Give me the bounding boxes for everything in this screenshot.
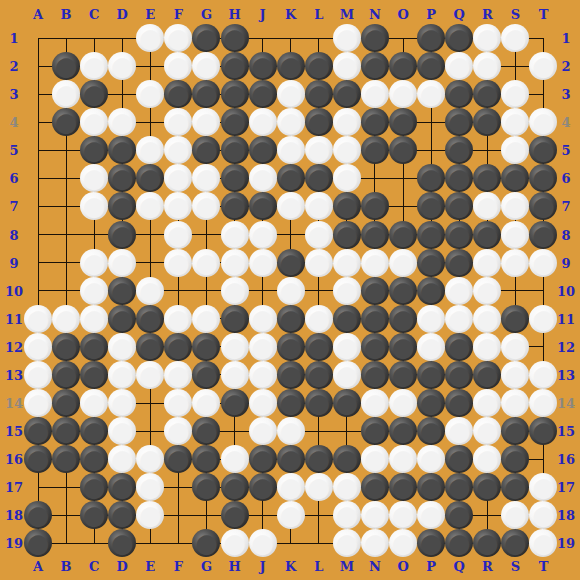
column-label-bottom-h: H — [228, 560, 240, 573]
white-stone-q15[interactable]: ● — [445, 417, 473, 445]
white-stone-m5[interactable]: ● — [333, 136, 361, 164]
white-stone-n18[interactable]: ● — [361, 501, 389, 529]
black-stone-k13[interactable]: ● — [277, 361, 305, 389]
black-stone-b4[interactable]: ● — [52, 108, 80, 136]
white-stone-g6[interactable]: ● — [192, 164, 220, 192]
black-stone-r4[interactable]: ● — [473, 108, 501, 136]
black-stone-m11[interactable]: ● — [333, 305, 361, 333]
white-stone-r7[interactable]: ● — [473, 192, 501, 220]
white-stone-c10[interactable]: ● — [80, 277, 108, 305]
black-stone-n7[interactable]: ● — [361, 192, 389, 220]
black-stone-n1[interactable]: ● — [361, 24, 389, 52]
black-stone-j16[interactable]: ● — [249, 445, 277, 473]
white-stone-o9[interactable]: ● — [389, 249, 417, 277]
white-stone-f15[interactable]: ● — [164, 417, 192, 445]
black-stone-o5[interactable]: ● — [389, 136, 417, 164]
black-stone-n11[interactable]: ● — [361, 305, 389, 333]
white-stone-f13[interactable]: ● — [164, 361, 192, 389]
black-stone-k2[interactable]: ● — [277, 52, 305, 80]
black-stone-b13[interactable]: ● — [52, 361, 80, 389]
row-label-right-8: 8 — [561, 228, 570, 241]
black-stone-g1[interactable]: ● — [192, 24, 220, 52]
white-stone-e7[interactable]: ● — [136, 192, 164, 220]
black-stone-r19[interactable]: ● — [473, 529, 501, 557]
black-stone-k14[interactable]: ● — [277, 389, 305, 417]
black-stone-s15[interactable]: ● — [501, 417, 529, 445]
white-stone-j14[interactable]: ● — [249, 389, 277, 417]
white-stone-r1[interactable]: ● — [473, 24, 501, 52]
black-stone-l12[interactable]: ● — [305, 333, 333, 361]
black-stone-h6[interactable]: ● — [221, 164, 249, 192]
black-stone-h2[interactable]: ● — [221, 52, 249, 80]
white-stone-e5[interactable]: ● — [136, 136, 164, 164]
white-stone-q2[interactable]: ● — [445, 52, 473, 80]
black-stone-c16[interactable]: ● — [80, 445, 108, 473]
white-stone-e3[interactable]: ● — [136, 80, 164, 108]
black-stone-p13[interactable]: ● — [417, 361, 445, 389]
black-stone-m3[interactable]: ● — [333, 80, 361, 108]
white-stone-t13[interactable]: ● — [529, 361, 557, 389]
black-stone-o4[interactable]: ● — [389, 108, 417, 136]
white-stone-t19[interactable]: ● — [529, 529, 557, 557]
white-stone-e18[interactable]: ● — [136, 501, 164, 529]
black-stone-l14[interactable]: ● — [305, 389, 333, 417]
white-stone-t11[interactable]: ● — [529, 305, 557, 333]
black-stone-q9[interactable]: ● — [445, 249, 473, 277]
white-stone-p11[interactable]: ● — [417, 305, 445, 333]
white-stone-k17[interactable]: ● — [277, 473, 305, 501]
black-stone-f12[interactable]: ● — [164, 333, 192, 361]
black-stone-m16[interactable]: ● — [333, 445, 361, 473]
white-stone-s18[interactable]: ● — [501, 501, 529, 529]
white-stone-r9[interactable]: ● — [473, 249, 501, 277]
white-stone-k5[interactable]: ● — [277, 136, 305, 164]
black-stone-t7[interactable]: ● — [529, 192, 557, 220]
black-stone-q7[interactable]: ● — [445, 192, 473, 220]
black-stone-r17[interactable]: ● — [473, 473, 501, 501]
white-stone-h8[interactable]: ● — [221, 221, 249, 249]
black-stone-o15[interactable]: ● — [389, 417, 417, 445]
black-stone-p9[interactable]: ● — [417, 249, 445, 277]
white-stone-e13[interactable]: ● — [136, 361, 164, 389]
black-stone-e6[interactable]: ● — [136, 164, 164, 192]
black-stone-c3[interactable]: ● — [80, 80, 108, 108]
black-stone-l3[interactable]: ● — [305, 80, 333, 108]
white-stone-j8[interactable]: ● — [249, 221, 277, 249]
black-stone-q13[interactable]: ● — [445, 361, 473, 389]
white-stone-j15[interactable]: ● — [249, 417, 277, 445]
black-stone-m14[interactable]: ● — [333, 389, 361, 417]
white-stone-l11[interactable]: ● — [305, 305, 333, 333]
white-stone-f1[interactable]: ● — [164, 24, 192, 52]
black-stone-t8[interactable]: ● — [529, 221, 557, 249]
white-stone-k18[interactable]: ● — [277, 501, 305, 529]
white-stone-r2[interactable]: ● — [473, 52, 501, 80]
black-stone-s19[interactable]: ● — [501, 529, 529, 557]
white-stone-s14[interactable]: ● — [501, 389, 529, 417]
white-stone-f5[interactable]: ● — [164, 136, 192, 164]
white-stone-j12[interactable]: ● — [249, 333, 277, 361]
white-stone-g11[interactable]: ● — [192, 305, 220, 333]
black-stone-o17[interactable]: ● — [389, 473, 417, 501]
black-stone-q3[interactable]: ● — [445, 80, 473, 108]
black-stone-k9[interactable]: ● — [277, 249, 305, 277]
black-stone-c18[interactable]: ● — [80, 501, 108, 529]
black-stone-d11[interactable]: ● — [108, 305, 136, 333]
black-stone-o2[interactable]: ● — [389, 52, 417, 80]
white-stone-s1[interactable]: ● — [501, 24, 529, 52]
go-board[interactable]: AABBCCDDEEFFGGHHJJKKLLMMNNOOPPQQRRSSTT11… — [0, 0, 580, 580]
black-stone-j5[interactable]: ● — [249, 136, 277, 164]
white-stone-h10[interactable]: ● — [221, 277, 249, 305]
black-stone-c5[interactable]: ● — [80, 136, 108, 164]
black-stone-e12[interactable]: ● — [136, 333, 164, 361]
black-stone-p10[interactable]: ● — [417, 277, 445, 305]
white-stone-r14[interactable]: ● — [473, 389, 501, 417]
white-stone-r10[interactable]: ● — [473, 277, 501, 305]
black-stone-g15[interactable]: ● — [192, 417, 220, 445]
white-stone-h16[interactable]: ● — [221, 445, 249, 473]
black-stone-g17[interactable]: ● — [192, 473, 220, 501]
black-stone-d17[interactable]: ● — [108, 473, 136, 501]
black-stone-d18[interactable]: ● — [108, 501, 136, 529]
black-stone-c17[interactable]: ● — [80, 473, 108, 501]
black-stone-p1[interactable]: ● — [417, 24, 445, 52]
black-stone-r13[interactable]: ● — [473, 361, 501, 389]
white-stone-p16[interactable]: ● — [417, 445, 445, 473]
white-stone-s12[interactable]: ● — [501, 333, 529, 361]
white-stone-a12[interactable]: ● — [24, 333, 52, 361]
black-stone-m7[interactable]: ● — [333, 192, 361, 220]
black-stone-a19[interactable]: ● — [24, 529, 52, 557]
black-stone-b14[interactable]: ● — [52, 389, 80, 417]
black-stone-c15[interactable]: ● — [80, 417, 108, 445]
black-stone-q18[interactable]: ● — [445, 501, 473, 529]
white-stone-c14[interactable]: ● — [80, 389, 108, 417]
black-stone-q14[interactable]: ● — [445, 389, 473, 417]
black-stone-c13[interactable]: ● — [80, 361, 108, 389]
black-stone-s11[interactable]: ● — [501, 305, 529, 333]
white-stone-t4[interactable]: ● — [529, 108, 557, 136]
white-stone-s7[interactable]: ● — [501, 192, 529, 220]
black-stone-q17[interactable]: ● — [445, 473, 473, 501]
black-stone-q16[interactable]: ● — [445, 445, 473, 473]
white-stone-m17[interactable]: ● — [333, 473, 361, 501]
black-stone-l16[interactable]: ● — [305, 445, 333, 473]
black-stone-f16[interactable]: ● — [164, 445, 192, 473]
black-stone-h14[interactable]: ● — [221, 389, 249, 417]
white-stone-c9[interactable]: ● — [80, 249, 108, 277]
white-stone-f9[interactable]: ● — [164, 249, 192, 277]
white-stone-j11[interactable]: ● — [249, 305, 277, 333]
white-stone-l8[interactable]: ● — [305, 221, 333, 249]
white-stone-s5[interactable]: ● — [501, 136, 529, 164]
white-stone-k3[interactable]: ● — [277, 80, 305, 108]
black-stone-t6[interactable]: ● — [529, 164, 557, 192]
black-stone-n2[interactable]: ● — [361, 52, 389, 80]
white-stone-a11[interactable]: ● — [24, 305, 52, 333]
black-stone-n4[interactable]: ● — [361, 108, 389, 136]
black-stone-h11[interactable]: ● — [221, 305, 249, 333]
white-stone-h12[interactable]: ● — [221, 333, 249, 361]
black-stone-d6[interactable]: ● — [108, 164, 136, 192]
white-stone-f11[interactable]: ● — [164, 305, 192, 333]
black-stone-l2[interactable]: ● — [305, 52, 333, 80]
black-stone-o11[interactable]: ● — [389, 305, 417, 333]
black-stone-p6[interactable]: ● — [417, 164, 445, 192]
black-stone-o10[interactable]: ● — [389, 277, 417, 305]
white-stone-g2[interactable]: ● — [192, 52, 220, 80]
black-stone-f3[interactable]: ● — [164, 80, 192, 108]
black-stone-p14[interactable]: ● — [417, 389, 445, 417]
white-stone-o16[interactable]: ● — [389, 445, 417, 473]
black-stone-q4[interactable]: ● — [445, 108, 473, 136]
black-stone-h4[interactable]: ● — [221, 108, 249, 136]
white-stone-f4[interactable]: ● — [164, 108, 192, 136]
black-stone-h3[interactable]: ● — [221, 80, 249, 108]
black-stone-n15[interactable]: ● — [361, 417, 389, 445]
column-label-top-s: S — [511, 8, 520, 21]
white-stone-h13[interactable]: ● — [221, 361, 249, 389]
white-stone-n16[interactable]: ● — [361, 445, 389, 473]
white-stone-s8[interactable]: ● — [501, 221, 529, 249]
white-stone-r11[interactable]: ● — [473, 305, 501, 333]
black-stone-p7[interactable]: ● — [417, 192, 445, 220]
white-stone-r16[interactable]: ● — [473, 445, 501, 473]
black-stone-q6[interactable]: ● — [445, 164, 473, 192]
white-stone-e17[interactable]: ● — [136, 473, 164, 501]
black-stone-a15[interactable]: ● — [24, 417, 52, 445]
white-stone-t2[interactable]: ● — [529, 52, 557, 80]
black-stone-p19[interactable]: ● — [417, 529, 445, 557]
black-stone-g5[interactable]: ● — [192, 136, 220, 164]
white-stone-f6[interactable]: ● — [164, 164, 192, 192]
white-stone-s13[interactable]: ● — [501, 361, 529, 389]
black-stone-d8[interactable]: ● — [108, 221, 136, 249]
white-stone-e10[interactable]: ● — [136, 277, 164, 305]
white-stone-p18[interactable]: ● — [417, 501, 445, 529]
white-stone-d14[interactable]: ● — [108, 389, 136, 417]
white-stone-b11[interactable]: ● — [52, 305, 80, 333]
black-stone-d19[interactable]: ● — [108, 529, 136, 557]
white-stone-m6[interactable]: ● — [333, 164, 361, 192]
white-stone-m19[interactable]: ● — [333, 529, 361, 557]
white-stone-l5[interactable]: ● — [305, 136, 333, 164]
black-stone-r8[interactable]: ● — [473, 221, 501, 249]
white-stone-o14[interactable]: ● — [389, 389, 417, 417]
white-stone-d9[interactable]: ● — [108, 249, 136, 277]
white-stone-m10[interactable]: ● — [333, 277, 361, 305]
black-stone-g13[interactable]: ● — [192, 361, 220, 389]
white-stone-n19[interactable]: ● — [361, 529, 389, 557]
white-stone-n14[interactable]: ● — [361, 389, 389, 417]
black-stone-a16[interactable]: ● — [24, 445, 52, 473]
black-stone-o13[interactable]: ● — [389, 361, 417, 389]
black-stone-b2[interactable]: ● — [52, 52, 80, 80]
white-stone-k7[interactable]: ● — [277, 192, 305, 220]
black-stone-b16[interactable]: ● — [52, 445, 80, 473]
black-stone-q8[interactable]: ● — [445, 221, 473, 249]
white-stone-a14[interactable]: ● — [24, 389, 52, 417]
white-stone-o3[interactable]: ● — [389, 80, 417, 108]
black-stone-h7[interactable]: ● — [221, 192, 249, 220]
white-stone-f14[interactable]: ● — [164, 389, 192, 417]
black-stone-p15[interactable]: ● — [417, 417, 445, 445]
white-stone-r15[interactable]: ● — [473, 417, 501, 445]
black-stone-h17[interactable]: ● — [221, 473, 249, 501]
black-stone-p17[interactable]: ● — [417, 473, 445, 501]
white-stone-p12[interactable]: ● — [417, 333, 445, 361]
white-stone-j6[interactable]: ● — [249, 164, 277, 192]
white-stone-f8[interactable]: ● — [164, 221, 192, 249]
white-stone-r12[interactable]: ● — [473, 333, 501, 361]
white-stone-m18[interactable]: ● — [333, 501, 361, 529]
white-stone-n9[interactable]: ● — [361, 249, 389, 277]
row-label-right-17: 17 — [557, 481, 575, 494]
white-stone-m9[interactable]: ● — [333, 249, 361, 277]
black-stone-j2[interactable]: ● — [249, 52, 277, 80]
black-stone-n17[interactable]: ● — [361, 473, 389, 501]
black-stone-h5[interactable]: ● — [221, 136, 249, 164]
white-stone-c4[interactable]: ● — [80, 108, 108, 136]
white-stone-e16[interactable]: ● — [136, 445, 164, 473]
white-stone-k10[interactable]: ● — [277, 277, 305, 305]
black-stone-n12[interactable]: ● — [361, 333, 389, 361]
black-stone-h18[interactable]: ● — [221, 501, 249, 529]
black-stone-e11[interactable]: ● — [136, 305, 164, 333]
black-stone-r3[interactable]: ● — [473, 80, 501, 108]
white-stone-a13[interactable]: ● — [24, 361, 52, 389]
black-stone-l13[interactable]: ● — [305, 361, 333, 389]
black-stone-a18[interactable]: ● — [24, 501, 52, 529]
black-stone-k16[interactable]: ● — [277, 445, 305, 473]
white-stone-g7[interactable]: ● — [192, 192, 220, 220]
black-stone-k6[interactable]: ● — [277, 164, 305, 192]
white-stone-m4[interactable]: ● — [333, 108, 361, 136]
white-stone-f2[interactable]: ● — [164, 52, 192, 80]
white-stone-s3[interactable]: ● — [501, 80, 529, 108]
white-stone-t14[interactable]: ● — [529, 389, 557, 417]
black-stone-j17[interactable]: ● — [249, 473, 277, 501]
white-stone-d12[interactable]: ● — [108, 333, 136, 361]
black-stone-n13[interactable]: ● — [361, 361, 389, 389]
black-stone-l4[interactable]: ● — [305, 108, 333, 136]
black-stone-m8[interactable]: ● — [333, 221, 361, 249]
black-stone-n5[interactable]: ● — [361, 136, 389, 164]
white-stone-h9[interactable]: ● — [221, 249, 249, 277]
black-stone-k11[interactable]: ● — [277, 305, 305, 333]
white-stone-m13[interactable]: ● — [333, 361, 361, 389]
black-stone-q19[interactable]: ● — [445, 529, 473, 557]
white-stone-d15[interactable]: ● — [108, 417, 136, 445]
white-stone-s4[interactable]: ● — [501, 108, 529, 136]
white-stone-s9[interactable]: ● — [501, 249, 529, 277]
black-stone-b12[interactable]: ● — [52, 333, 80, 361]
black-stone-h1[interactable]: ● — [221, 24, 249, 52]
white-stone-j19[interactable]: ● — [249, 529, 277, 557]
black-stone-n10[interactable]: ● — [361, 277, 389, 305]
white-stone-l17[interactable]: ● — [305, 473, 333, 501]
black-stone-s16[interactable]: ● — [501, 445, 529, 473]
black-stone-k12[interactable]: ● — [277, 333, 305, 361]
white-stone-n3[interactable]: ● — [361, 80, 389, 108]
white-stone-q10[interactable]: ● — [445, 277, 473, 305]
white-stone-d13[interactable]: ● — [108, 361, 136, 389]
black-stone-q5[interactable]: ● — [445, 136, 473, 164]
white-stone-g9[interactable]: ● — [192, 249, 220, 277]
white-stone-g14[interactable]: ● — [192, 389, 220, 417]
black-stone-j7[interactable]: ● — [249, 192, 277, 220]
white-stone-d16[interactable]: ● — [108, 445, 136, 473]
white-stone-l9[interactable]: ● — [305, 249, 333, 277]
white-stone-o19[interactable]: ● — [389, 529, 417, 557]
black-stone-t5[interactable]: ● — [529, 136, 557, 164]
white-stone-m1[interactable]: ● — [333, 24, 361, 52]
black-stone-l6[interactable]: ● — [305, 164, 333, 192]
black-stone-j3[interactable]: ● — [249, 80, 277, 108]
row-label-left-9: 9 — [9, 256, 18, 269]
white-stone-t9[interactable]: ● — [529, 249, 557, 277]
white-stone-m2[interactable]: ● — [333, 52, 361, 80]
white-stone-c7[interactable]: ● — [80, 192, 108, 220]
white-stone-g4[interactable]: ● — [192, 108, 220, 136]
black-stone-s17[interactable]: ● — [501, 473, 529, 501]
black-stone-s6[interactable]: ● — [501, 164, 529, 192]
column-label-top-t: T — [539, 8, 549, 21]
black-stone-o12[interactable]: ● — [389, 333, 417, 361]
white-stone-o18[interactable]: ● — [389, 501, 417, 529]
black-stone-g12[interactable]: ● — [192, 333, 220, 361]
black-stone-b15[interactable]: ● — [52, 417, 80, 445]
white-stone-c2[interactable]: ● — [80, 52, 108, 80]
black-stone-q12[interactable]: ● — [445, 333, 473, 361]
black-stone-g3[interactable]: ● — [192, 80, 220, 108]
white-stone-k4[interactable]: ● — [277, 108, 305, 136]
white-stone-k15[interactable]: ● — [277, 417, 305, 445]
black-stone-g16[interactable]: ● — [192, 445, 220, 473]
black-stone-t15[interactable]: ● — [529, 417, 557, 445]
white-stone-l7[interactable]: ● — [305, 192, 333, 220]
black-stone-n8[interactable]: ● — [361, 221, 389, 249]
white-stone-q11[interactable]: ● — [445, 305, 473, 333]
white-stone-e1[interactable]: ● — [136, 24, 164, 52]
white-stone-m12[interactable]: ● — [333, 333, 361, 361]
black-stone-d5[interactable]: ● — [108, 136, 136, 164]
white-stone-j9[interactable]: ● — [249, 249, 277, 277]
black-stone-c12[interactable]: ● — [80, 333, 108, 361]
black-stone-r6[interactable]: ● — [473, 164, 501, 192]
black-stone-q1[interactable]: ● — [445, 24, 473, 52]
white-stone-f7[interactable]: ● — [164, 192, 192, 220]
white-stone-t17[interactable]: ● — [529, 473, 557, 501]
black-stone-d10[interactable]: ● — [108, 277, 136, 305]
white-stone-b3[interactable]: ● — [52, 80, 80, 108]
white-stone-h19[interactable]: ● — [221, 529, 249, 557]
white-stone-c6[interactable]: ● — [80, 164, 108, 192]
white-stone-t18[interactable]: ● — [529, 501, 557, 529]
white-stone-p3[interactable]: ● — [417, 80, 445, 108]
black-stone-o8[interactable]: ● — [389, 221, 417, 249]
black-stone-d7[interactable]: ● — [108, 192, 136, 220]
white-stone-d4[interactable]: ● — [108, 108, 136, 136]
black-stone-p2[interactable]: ● — [417, 52, 445, 80]
white-stone-j13[interactable]: ● — [249, 361, 277, 389]
black-stone-p8[interactable]: ● — [417, 221, 445, 249]
white-stone-d2[interactable]: ● — [108, 52, 136, 80]
white-stone-c11[interactable]: ● — [80, 305, 108, 333]
white-stone-j4[interactable]: ● — [249, 108, 277, 136]
black-stone-g19[interactable]: ● — [192, 529, 220, 557]
